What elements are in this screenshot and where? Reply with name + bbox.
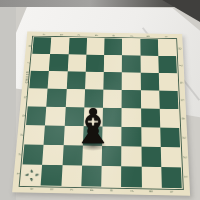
square-g8[interactable] (140, 39, 158, 56)
square-b8[interactable] (50, 37, 69, 54)
square-d6[interactable] (85, 72, 104, 90)
square-g1[interactable] (141, 167, 161, 188)
logo-knight-icon: ♞ (29, 177, 34, 182)
square-h3[interactable] (160, 128, 180, 148)
square-b6[interactable] (48, 71, 67, 89)
square-h4[interactable] (160, 109, 180, 128)
square-e8[interactable] (104, 38, 122, 55)
square-c1[interactable] (61, 165, 82, 186)
square-f3[interactable] (122, 127, 141, 147)
square-f6[interactable] (122, 72, 141, 90)
square-h8[interactable] (158, 39, 176, 56)
square-d8[interactable] (86, 38, 104, 55)
square-b3[interactable] (44, 125, 64, 145)
photo-of-chess-board: abcdefgh abcdefgh 87654321 87654321 CHES… (0, 0, 200, 200)
square-f1[interactable] (121, 166, 141, 187)
square-b4[interactable] (45, 107, 65, 126)
square-c6[interactable] (66, 71, 85, 89)
square-h7[interactable] (158, 56, 177, 73)
square-a7[interactable] (31, 54, 50, 71)
square-e1[interactable] (101, 166, 121, 187)
logo-knight-icon: ♞ (34, 173, 39, 177)
square-f8[interactable] (122, 39, 140, 56)
square-e7[interactable] (104, 55, 122, 72)
square-g4[interactable] (141, 108, 160, 127)
square-f2[interactable] (121, 146, 141, 166)
square-g6[interactable] (140, 73, 159, 91)
square-g3[interactable] (141, 127, 161, 147)
square-a3[interactable] (24, 125, 45, 145)
square-a1[interactable]: ♞♞♞♞ (21, 164, 43, 185)
square-d1[interactable] (81, 166, 102, 187)
square-b2[interactable] (42, 145, 63, 165)
logo-knight-icon: ♞ (24, 173, 29, 177)
square-f7[interactable] (122, 55, 140, 72)
square-b7[interactable] (49, 54, 68, 71)
square-f4[interactable] (122, 108, 141, 127)
square-f5[interactable] (122, 90, 141, 109)
brand-text: CHESS (24, 71, 30, 84)
square-a5[interactable] (28, 88, 48, 106)
square-g7[interactable] (140, 56, 158, 73)
square-a8[interactable] (32, 37, 51, 54)
square-a4[interactable] (26, 106, 46, 125)
square-h5[interactable] (159, 91, 178, 110)
square-h2[interactable] (161, 147, 181, 167)
square-a2[interactable] (23, 144, 44, 164)
square-d7[interactable] (86, 55, 105, 72)
square-h1[interactable] (161, 167, 182, 188)
square-b5[interactable] (46, 89, 66, 107)
square-e6[interactable] (103, 72, 122, 90)
square-h6[interactable] (159, 73, 178, 91)
square-b1[interactable] (41, 165, 62, 186)
square-g5[interactable] (140, 90, 159, 109)
maker-logo: ♞♞♞♞ (25, 169, 38, 180)
black-bishop-piece[interactable]: ♝ (71, 102, 115, 150)
square-c8[interactable] (68, 38, 87, 55)
square-a6[interactable] (29, 71, 49, 89)
square-g2[interactable] (141, 147, 161, 167)
square-c7[interactable] (67, 54, 86, 71)
